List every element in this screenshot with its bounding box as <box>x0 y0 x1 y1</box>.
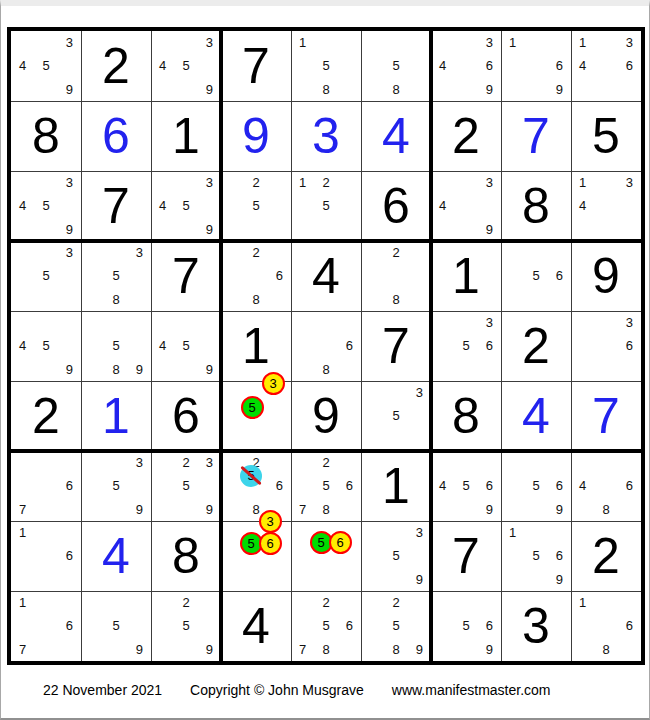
cell-r8c8[interactable]: 1569 <box>501 521 571 591</box>
cell-r9c8[interactable]: 3 <box>501 591 571 661</box>
digit-solved: 4 <box>501 381 571 451</box>
candidate-4: 4 <box>151 194 174 217</box>
candidate-9: 9 <box>548 78 571 101</box>
candidate-5: 5 <box>384 404 407 427</box>
candidate-9: 9 <box>478 218 501 241</box>
digit-solved: 9 <box>221 101 291 171</box>
cell-r3c7[interactable]: 349 <box>431 171 501 241</box>
cell-r6c8[interactable]: 4 <box>501 381 571 451</box>
cell-r6c6[interactable]: 35 <box>361 381 431 451</box>
candidate-5: 5 <box>34 54 57 77</box>
candidate-9: 9 <box>128 358 151 381</box>
digit-solved: 1 <box>81 381 151 451</box>
cell-r2c1[interactable]: 8 <box>11 101 81 171</box>
candidate-6: 6 <box>58 474 81 497</box>
digit-given: 7 <box>221 31 291 101</box>
grid-line-thin-vertical <box>571 31 572 661</box>
candidate-2: 2 <box>314 171 337 194</box>
candidate-4: 4 <box>151 334 174 357</box>
candidate-5: 5 <box>174 194 197 217</box>
digit-given: 2 <box>81 31 151 101</box>
candidate-3: 3 <box>408 521 431 544</box>
cell-r4c9[interactable]: 9 <box>571 241 641 311</box>
cell-r8c7[interactable]: 7 <box>431 521 501 591</box>
cell-r8c6[interactable]: 359 <box>361 521 431 591</box>
candidate-3: 3 <box>198 31 221 54</box>
candidate-9: 9 <box>478 638 501 661</box>
candidate-9: 9 <box>198 638 221 661</box>
digit-solved: 7 <box>501 101 571 171</box>
digit-given: 4 <box>221 591 291 661</box>
candidate-2: 2 <box>244 171 267 194</box>
candidate-4: 4 <box>11 194 34 217</box>
cell-r1c3[interactable]: 3459 <box>151 31 221 101</box>
cell-r6c9[interactable]: 7 <box>571 381 641 451</box>
cell-r2c4[interactable]: 9 <box>221 101 291 171</box>
cell-r3c8[interactable]: 8 <box>501 171 571 241</box>
cell-r9c2[interactable]: 59 <box>81 591 151 661</box>
cell-r7c2[interactable]: 359 <box>81 451 151 521</box>
digit-solved: 4 <box>361 101 431 171</box>
highlight-chip-6-yellow: 6 <box>259 532 282 555</box>
digit-given: 1 <box>221 311 291 381</box>
candidate-5: 5 <box>454 474 477 497</box>
candidate-1: 1 <box>11 591 34 614</box>
cell-r4c8[interactable]: 56 <box>501 241 571 311</box>
cell-r2c8[interactable]: 7 <box>501 101 571 171</box>
candidate-3: 3 <box>618 171 641 194</box>
candidate-4: 4 <box>431 474 454 497</box>
candidate-6: 6 <box>338 474 361 497</box>
cell-r9c6[interactable]: 2589 <box>361 591 431 661</box>
candidate-3: 3 <box>478 31 501 54</box>
candidate-5: 5 <box>314 194 337 217</box>
cell-r3c4[interactable]: 25 <box>221 171 291 241</box>
candidate-8: 8 <box>594 498 617 521</box>
candidate-5: 5 <box>104 614 127 637</box>
digit-given: 6 <box>151 381 221 451</box>
candidate-5: 5 <box>34 334 57 357</box>
candidate-4: 4 <box>11 334 34 357</box>
cell-r3c1[interactable]: 3459 <box>11 171 81 241</box>
highlight-chip-3-yellow: 3 <box>262 372 285 395</box>
candidate-7: 7 <box>11 498 34 521</box>
candidate-8: 8 <box>384 78 407 101</box>
board: 3459234597158583469169134686193427534597… <box>7 27 645 665</box>
candidate-2: 2 <box>174 451 197 474</box>
candidate-3: 3 <box>58 171 81 194</box>
candidate-6: 6 <box>548 54 571 77</box>
candidate-6: 6 <box>58 544 81 567</box>
cell-r6c4[interactable]: 35 <box>221 381 291 451</box>
cell-r5c8[interactable]: 2 <box>501 311 571 381</box>
digit-given: 7 <box>81 171 151 241</box>
digit-given: 1 <box>151 101 221 171</box>
highlight-chip-5-cyan-eliminated: 5 <box>240 465 262 487</box>
grid-line-thin-horizontal <box>11 381 641 382</box>
candidate-6: 6 <box>548 264 571 287</box>
cell-r6c1[interactable]: 2 <box>11 381 81 451</box>
candidate-9: 9 <box>478 498 501 521</box>
candidate-8: 8 <box>244 288 267 311</box>
cell-r9c3[interactable]: 259 <box>151 591 221 661</box>
highlight-chip-6-yellow: 6 <box>329 531 352 554</box>
candidate-5: 5 <box>104 264 127 287</box>
cell-r1c7[interactable]: 3469 <box>431 31 501 101</box>
cell-r8c3[interactable]: 8 <box>151 521 221 591</box>
cell-r6c7[interactable]: 8 <box>431 381 501 451</box>
candidate-5: 5 <box>524 264 547 287</box>
candidate-3: 3 <box>618 311 641 334</box>
candidate-6: 6 <box>478 474 501 497</box>
cell-r9c5[interactable]: 25678 <box>291 591 361 661</box>
candidate-8: 8 <box>314 638 337 661</box>
digit-given: 8 <box>151 521 221 591</box>
candidate-9: 9 <box>198 78 221 101</box>
candidate-2: 2 <box>244 241 267 264</box>
grid-line-thin-horizontal <box>11 591 641 592</box>
cell-r9c9[interactable]: 168 <box>571 591 641 661</box>
candidate-8: 8 <box>594 638 617 661</box>
digit-given: 2 <box>431 101 501 171</box>
candidate-1: 1 <box>291 31 314 54</box>
candidate-5: 5 <box>244 194 267 217</box>
candidate-9: 9 <box>198 218 221 241</box>
cell-r9c4[interactable]: 4 <box>221 591 291 661</box>
digit-given: 1 <box>431 241 501 311</box>
grid-line-thin-vertical <box>81 31 82 661</box>
candidate-6: 6 <box>478 54 501 77</box>
cell-r5c1[interactable]: 459 <box>11 311 81 381</box>
cell-r1c4[interactable]: 7 <box>221 31 291 101</box>
candidate-5: 5 <box>34 194 57 217</box>
candidate-6: 6 <box>618 474 641 497</box>
grid-line-thin-horizontal <box>11 171 641 172</box>
candidate-4: 4 <box>151 54 174 77</box>
digit-solved: 4 <box>81 521 151 591</box>
candidate-9: 9 <box>58 358 81 381</box>
candidate-9: 9 <box>548 568 571 591</box>
candidate-8: 8 <box>314 358 337 381</box>
candidate-6: 6 <box>618 614 641 637</box>
candidate-9: 9 <box>548 498 571 521</box>
cell-r9c1[interactable]: 167 <box>11 591 81 661</box>
candidate-5: 5 <box>384 614 407 637</box>
cell-r5c7[interactable]: 356 <box>431 311 501 381</box>
candidate-4: 4 <box>431 54 454 77</box>
candidate-5: 5 <box>524 544 547 567</box>
candidate-5: 5 <box>454 334 477 357</box>
page: 3459234597158583469169134686193427534597… <box>0 0 650 720</box>
candidate-5: 5 <box>524 474 547 497</box>
cell-r4c3[interactable]: 7 <box>151 241 221 311</box>
candidate-3: 3 <box>478 311 501 334</box>
candidate-4: 4 <box>431 194 454 217</box>
cell-r5c6[interactable]: 7 <box>361 311 431 381</box>
candidate-9: 9 <box>128 498 151 521</box>
grid-line-thin-horizontal <box>11 311 641 312</box>
cell-r6c2[interactable]: 1 <box>81 381 151 451</box>
candidate-6: 6 <box>338 614 361 637</box>
candidate-4: 4 <box>571 54 594 77</box>
cell-r8c1[interactable]: 16 <box>11 521 81 591</box>
candidate-9: 9 <box>128 638 151 661</box>
grid-line-thin-vertical <box>361 31 362 661</box>
candidate-2: 2 <box>384 241 407 264</box>
candidate-3: 3 <box>58 241 81 264</box>
digit-given: 5 <box>571 101 641 171</box>
candidate-6: 6 <box>548 544 571 567</box>
candidate-5: 5 <box>34 264 57 287</box>
candidate-8: 8 <box>314 498 337 521</box>
candidate-6: 6 <box>478 334 501 357</box>
digit-given: 7 <box>151 241 221 311</box>
candidate-5: 5 <box>384 54 407 77</box>
candidate-5: 5 <box>384 544 407 567</box>
candidate-1: 1 <box>11 521 34 544</box>
candidate-6: 6 <box>58 614 81 637</box>
candidate-8: 8 <box>104 288 127 311</box>
candidate-5: 5 <box>174 474 197 497</box>
cell-r3c6[interactable]: 6 <box>361 171 431 241</box>
cell-r7c9[interactable]: 468 <box>571 451 641 521</box>
candidate-5: 5 <box>454 614 477 637</box>
digit-given: 9 <box>571 241 641 311</box>
digit-given: 1 <box>361 451 431 521</box>
candidate-9: 9 <box>478 78 501 101</box>
cell-r9c7[interactable]: 569 <box>431 591 501 661</box>
candidate-3: 3 <box>618 31 641 54</box>
candidate-1: 1 <box>571 591 594 614</box>
candidate-1: 1 <box>501 521 524 544</box>
candidate-1: 1 <box>291 171 314 194</box>
footer-website: www.manifestmaster.com <box>392 682 551 698</box>
cell-r2c9[interactable]: 5 <box>571 101 641 171</box>
cell-r2c7[interactable]: 2 <box>431 101 501 171</box>
digit-given: 8 <box>11 101 81 171</box>
candidate-2: 2 <box>384 591 407 614</box>
cell-r7c1[interactable]: 67 <box>11 451 81 521</box>
digit-given: 3 <box>501 591 571 661</box>
candidate-1: 1 <box>571 31 594 54</box>
digit-solved: 3 <box>291 101 361 171</box>
box-border-horizontal <box>11 239 641 243</box>
digit-given: 7 <box>361 311 431 381</box>
cell-r4c6[interactable]: 28 <box>361 241 431 311</box>
cell-r4c7[interactable]: 1 <box>431 241 501 311</box>
candidate-4: 4 <box>11 54 34 77</box>
box-border-vertical <box>429 31 433 661</box>
digit-given: 6 <box>361 171 431 241</box>
cell-r3c5[interactable]: 125 <box>291 171 361 241</box>
candidate-6: 6 <box>478 614 501 637</box>
digit-given: 8 <box>501 171 571 241</box>
candidate-5: 5 <box>104 474 127 497</box>
cell-r7c6[interactable]: 1 <box>361 451 431 521</box>
cell-r6c3[interactable]: 6 <box>151 381 221 451</box>
cell-r4c1[interactable]: 35 <box>11 241 81 311</box>
candidate-5: 5 <box>314 54 337 77</box>
cell-r5c5[interactable]: 68 <box>291 311 361 381</box>
candidate-6: 6 <box>268 474 291 497</box>
footer-date: 22 November 2021 <box>43 682 162 698</box>
digit-given: 7 <box>431 521 501 591</box>
candidate-5: 5 <box>174 54 197 77</box>
grid-line-thin-horizontal <box>11 101 641 102</box>
candidate-9: 9 <box>198 498 221 521</box>
digit-given: 8 <box>431 381 501 451</box>
cell-r1c1[interactable]: 3459 <box>11 31 81 101</box>
candidate-3: 3 <box>198 451 221 474</box>
box-border-horizontal <box>11 449 641 453</box>
candidate-3: 3 <box>128 241 151 264</box>
cell-r2c2[interactable]: 6 <box>81 101 151 171</box>
candidate-7: 7 <box>291 638 314 661</box>
candidate-3: 3 <box>128 451 151 474</box>
candidate-9: 9 <box>198 358 221 381</box>
candidate-5: 5 <box>314 614 337 637</box>
candidate-6: 6 <box>618 334 641 357</box>
candidate-7: 7 <box>291 498 314 521</box>
cell-r1c2[interactable]: 2 <box>81 31 151 101</box>
candidate-5: 5 <box>314 474 337 497</box>
cell-r5c9[interactable]: 36 <box>571 311 641 381</box>
cell-r3c9[interactable]: 134 <box>571 171 641 241</box>
cell-r8c4[interactable]: 356 <box>221 521 291 591</box>
candidate-9: 9 <box>408 568 431 591</box>
cell-r4c4[interactable]: 268 <box>221 241 291 311</box>
cell-r8c5[interactable]: 56 <box>291 521 361 591</box>
candidate-8: 8 <box>104 358 127 381</box>
grid-line-thin-vertical <box>151 31 152 661</box>
footer-copyright: Copyright © John Musgrave <box>190 682 364 698</box>
candidate-2: 2 <box>174 591 197 614</box>
candidate-5: 5 <box>174 334 197 357</box>
candidate-9: 9 <box>58 78 81 101</box>
digit-given: 4 <box>291 241 361 311</box>
digit-given: 9 <box>291 381 361 451</box>
digit-given: 2 <box>11 381 81 451</box>
digit-solved: 6 <box>81 101 151 171</box>
cell-r1c5[interactable]: 158 <box>291 31 361 101</box>
cell-r7c3[interactable]: 2359 <box>151 451 221 521</box>
cell-r5c3[interactable]: 459 <box>151 311 221 381</box>
candidate-8: 8 <box>314 78 337 101</box>
cell-r7c7[interactable]: 4569 <box>431 451 501 521</box>
candidate-5: 5 <box>174 614 197 637</box>
cell-r7c5[interactable]: 25678 <box>291 451 361 521</box>
grid-line-thin-vertical <box>501 31 502 661</box>
cell-r7c4[interactable]: 2685 <box>221 451 291 521</box>
cell-r4c2[interactable]: 358 <box>81 241 151 311</box>
candidate-3: 3 <box>58 31 81 54</box>
cell-r1c9[interactable]: 1346 <box>571 31 641 101</box>
cell-r8c9[interactable]: 2 <box>571 521 641 591</box>
cell-r1c6[interactable]: 58 <box>361 31 431 101</box>
grid-line-thin-vertical <box>291 31 292 661</box>
candidate-6: 6 <box>338 334 361 357</box>
grid-line-thin-horizontal <box>11 521 641 522</box>
cell-r2c6[interactable]: 4 <box>361 101 431 171</box>
digit-solved: 7 <box>571 381 641 451</box>
cell-r6c5[interactable]: 9 <box>291 381 361 451</box>
candidate-3: 3 <box>198 171 221 194</box>
candidate-6: 6 <box>548 474 571 497</box>
cell-r3c3[interactable]: 3459 <box>151 171 221 241</box>
digit-given: 2 <box>501 311 571 381</box>
candidate-2: 2 <box>314 591 337 614</box>
highlight-chip-3-yellow: 3 <box>259 510 282 533</box>
candidate-8: 8 <box>384 638 407 661</box>
candidate-6: 6 <box>618 54 641 77</box>
candidate-4: 4 <box>571 194 594 217</box>
candidate-6: 6 <box>268 264 291 287</box>
cell-r3c2[interactable]: 7 <box>81 171 151 241</box>
box-border-vertical <box>219 31 223 661</box>
cell-r2c3[interactable]: 1 <box>151 101 221 171</box>
cell-r5c4[interactable]: 1 <box>221 311 291 381</box>
cell-r7c8[interactable]: 569 <box>501 451 571 521</box>
candidate-9: 9 <box>58 218 81 241</box>
candidate-7: 7 <box>11 638 34 661</box>
candidate-1: 1 <box>501 31 524 54</box>
elimination-strike <box>240 466 261 486</box>
footer: 22 November 2021 Copyright © John Musgra… <box>43 682 551 698</box>
cell-r4c5[interactable]: 4 <box>291 241 361 311</box>
cell-r5c2[interactable]: 589 <box>81 311 151 381</box>
candidate-8: 8 <box>384 288 407 311</box>
digit-given: 2 <box>571 521 641 591</box>
candidate-2: 2 <box>314 451 337 474</box>
cell-r2c5[interactable]: 3 <box>291 101 361 171</box>
candidate-3: 3 <box>408 381 431 404</box>
candidate-9: 9 <box>408 638 431 661</box>
candidate-1: 1 <box>571 171 594 194</box>
candidate-4: 4 <box>571 474 594 497</box>
candidate-5: 5 <box>104 334 127 357</box>
cell-r8c2[interactable]: 4 <box>81 521 151 591</box>
cell-r1c8[interactable]: 169 <box>501 31 571 101</box>
candidate-3: 3 <box>478 171 501 194</box>
highlight-chip-5-green: 5 <box>241 396 264 419</box>
